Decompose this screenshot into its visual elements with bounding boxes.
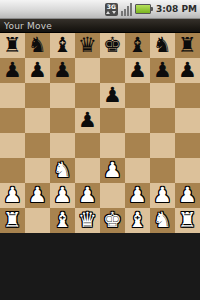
clock-text: 3:08 PM — [156, 4, 197, 14]
square-f3[interactable] — [125, 158, 150, 183]
chess-board: ♜♞♝♛♚♝♞♜♟♟♟♟♟♟♟♟♞♟♟♟♟♟♟♟♟♜♝♛♚♝♞♜ — [0, 33, 200, 233]
piece-white-pawn: ♟ — [28, 183, 47, 208]
square-a3[interactable] — [0, 158, 25, 183]
mobile-data-label: 3G — [107, 4, 116, 10]
square-c8[interactable]: ♝ — [50, 33, 75, 58]
data-arrows-icon — [106, 11, 116, 14]
square-d7[interactable] — [75, 58, 100, 83]
title-bar: Your Move — [0, 19, 200, 33]
piece-black-queen: ♛ — [78, 33, 97, 58]
square-a4[interactable] — [0, 133, 25, 158]
piece-black-king: ♚ — [103, 33, 122, 58]
square-g2[interactable]: ♟ — [150, 183, 175, 208]
square-g4[interactable] — [150, 133, 175, 158]
piece-black-pawn: ♟ — [78, 108, 97, 133]
piece-black-pawn: ♟ — [53, 58, 72, 83]
square-b8[interactable]: ♞ — [25, 33, 50, 58]
square-b6[interactable] — [25, 83, 50, 108]
square-a7[interactable]: ♟ — [0, 58, 25, 83]
square-h4[interactable] — [175, 133, 200, 158]
square-h8[interactable]: ♜ — [175, 33, 200, 58]
piece-white-rook: ♜ — [178, 208, 197, 233]
piece-white-rook: ♜ — [3, 208, 22, 233]
piece-white-bishop: ♝ — [53, 208, 72, 233]
square-e8[interactable]: ♚ — [100, 33, 125, 58]
square-h6[interactable] — [175, 83, 200, 108]
piece-black-pawn: ♟ — [153, 58, 172, 83]
square-c2[interactable]: ♟ — [50, 183, 75, 208]
square-d3[interactable] — [75, 158, 100, 183]
piece-white-pawn: ♟ — [3, 183, 22, 208]
square-g3[interactable] — [150, 158, 175, 183]
piece-white-pawn: ♟ — [103, 158, 122, 183]
square-d6[interactable] — [75, 83, 100, 108]
piece-black-bishop: ♝ — [128, 33, 147, 58]
piece-white-pawn: ♟ — [128, 183, 147, 208]
piece-white-knight: ♞ — [53, 158, 72, 183]
mobile-data-3g-icon: 3G — [105, 3, 118, 16]
piece-black-pawn: ♟ — [178, 58, 197, 83]
piece-black-pawn: ♟ — [3, 58, 22, 83]
square-c1[interactable]: ♝ — [50, 208, 75, 233]
square-f8[interactable]: ♝ — [125, 33, 150, 58]
square-h3[interactable] — [175, 158, 200, 183]
square-e7[interactable] — [100, 58, 125, 83]
square-f1[interactable]: ♝ — [125, 208, 150, 233]
piece-white-bishop: ♝ — [128, 208, 147, 233]
piece-white-pawn: ♟ — [178, 183, 197, 208]
below-board-area — [0, 233, 200, 300]
piece-black-pawn: ♟ — [128, 58, 147, 83]
square-f6[interactable] — [125, 83, 150, 108]
battery-icon — [135, 4, 151, 14]
square-a1[interactable]: ♜ — [0, 208, 25, 233]
square-h5[interactable] — [175, 108, 200, 133]
square-e6[interactable]: ♟ — [100, 83, 125, 108]
square-b7[interactable]: ♟ — [25, 58, 50, 83]
square-h1[interactable]: ♜ — [175, 208, 200, 233]
square-e3[interactable]: ♟ — [100, 158, 125, 183]
piece-white-pawn: ♟ — [53, 183, 72, 208]
square-e5[interactable] — [100, 108, 125, 133]
piece-white-knight: ♞ — [153, 208, 172, 233]
square-a8[interactable]: ♜ — [0, 33, 25, 58]
piece-white-queen: ♛ — [78, 208, 97, 233]
square-b2[interactable]: ♟ — [25, 183, 50, 208]
square-f7[interactable]: ♟ — [125, 58, 150, 83]
square-b5[interactable] — [25, 108, 50, 133]
piece-white-pawn: ♟ — [153, 183, 172, 208]
piece-black-bishop: ♝ — [53, 33, 72, 58]
signal-strength-icon — [121, 3, 132, 16]
piece-white-king: ♚ — [103, 208, 122, 233]
square-d8[interactable]: ♛ — [75, 33, 100, 58]
square-f2[interactable]: ♟ — [125, 183, 150, 208]
piece-black-rook: ♜ — [178, 33, 197, 58]
square-e2[interactable] — [100, 183, 125, 208]
square-d1[interactable]: ♛ — [75, 208, 100, 233]
square-g8[interactable]: ♞ — [150, 33, 175, 58]
square-d5[interactable]: ♟ — [75, 108, 100, 133]
square-f5[interactable] — [125, 108, 150, 133]
square-c5[interactable] — [50, 108, 75, 133]
square-h7[interactable]: ♟ — [175, 58, 200, 83]
square-a2[interactable]: ♟ — [0, 183, 25, 208]
square-h2[interactable]: ♟ — [175, 183, 200, 208]
square-f4[interactable] — [125, 133, 150, 158]
square-b3[interactable] — [25, 158, 50, 183]
piece-black-pawn: ♟ — [103, 83, 122, 108]
square-c4[interactable] — [50, 133, 75, 158]
square-b4[interactable] — [25, 133, 50, 158]
phone-screen: 3G 3:08 PM Your Move ♜♞♝♛♚♝♞♜♟♟♟♟♟♟♟♟♞♟♟… — [0, 0, 200, 300]
square-e4[interactable] — [100, 133, 125, 158]
piece-black-knight: ♞ — [153, 33, 172, 58]
page-title: Your Move — [0, 21, 52, 31]
square-g6[interactable] — [150, 83, 175, 108]
square-a6[interactable] — [0, 83, 25, 108]
square-g5[interactable] — [150, 108, 175, 133]
piece-white-pawn: ♟ — [78, 183, 97, 208]
square-a5[interactable] — [0, 108, 25, 133]
piece-black-knight: ♞ — [28, 33, 47, 58]
piece-black-rook: ♜ — [3, 33, 22, 58]
square-b1[interactable] — [25, 208, 50, 233]
square-d2[interactable]: ♟ — [75, 183, 100, 208]
square-e1[interactable]: ♚ — [100, 208, 125, 233]
square-g7[interactable]: ♟ — [150, 58, 175, 83]
square-c3[interactable]: ♞ — [50, 158, 75, 183]
square-d4[interactable] — [75, 133, 100, 158]
square-g1[interactable]: ♞ — [150, 208, 175, 233]
status-bar: 3G 3:08 PM — [0, 0, 200, 19]
square-c6[interactable] — [50, 83, 75, 108]
piece-black-pawn: ♟ — [28, 58, 47, 83]
square-c7[interactable]: ♟ — [50, 58, 75, 83]
